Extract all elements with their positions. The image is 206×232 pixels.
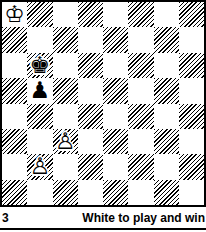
square-d4	[78, 104, 103, 129]
square-b3	[27, 129, 52, 154]
square-e6	[103, 53, 128, 78]
caption-text: White to play and win	[82, 211, 205, 225]
square-a8: ♚♔	[2, 2, 27, 27]
square-f3	[128, 129, 153, 154]
square-f2	[128, 154, 153, 179]
square-a2	[2, 154, 27, 179]
square-d1	[78, 180, 103, 205]
square-h4	[179, 104, 204, 129]
square-g2	[154, 154, 179, 179]
chess-board: ♚♔♚♚♟♟♟♙♟♙	[0, 0, 206, 207]
square-b2: ♟♙	[27, 154, 52, 179]
white-pawn: ♙	[53, 129, 78, 154]
square-a5	[2, 78, 27, 103]
black-pawn-halo: ♟	[27, 78, 52, 103]
square-b5: ♟♟	[27, 78, 52, 103]
square-a4	[2, 104, 27, 129]
square-b6: ♚♚	[27, 53, 52, 78]
square-e3	[103, 129, 128, 154]
square-g8	[154, 2, 179, 27]
square-c8	[53, 2, 78, 27]
square-a1	[2, 180, 27, 205]
black-king: ♚	[27, 53, 52, 78]
square-c1	[53, 180, 78, 205]
square-e8	[103, 2, 128, 27]
square-c2	[53, 154, 78, 179]
square-d6	[78, 53, 103, 78]
square-g7	[154, 27, 179, 52]
square-d8	[78, 2, 103, 27]
square-a3	[2, 129, 27, 154]
square-f6	[128, 53, 153, 78]
divider-rule	[0, 228, 206, 230]
square-h5	[179, 78, 204, 103]
black-king-halo: ♚	[27, 53, 52, 78]
square-c7	[53, 27, 78, 52]
square-c4	[53, 104, 78, 129]
square-f4	[128, 104, 153, 129]
white-pawn: ♙	[27, 154, 52, 179]
square-f7	[128, 27, 153, 52]
square-g4	[154, 104, 179, 129]
square-d3	[78, 129, 103, 154]
white-king: ♔	[2, 2, 27, 27]
square-b8	[27, 2, 52, 27]
problem-number: 3	[2, 211, 9, 225]
square-h6	[179, 53, 204, 78]
square-c5	[53, 78, 78, 103]
white-pawn-halo: ♟	[27, 154, 52, 179]
black-pawn: ♟	[27, 78, 52, 103]
square-h2	[179, 154, 204, 179]
white-king-halo: ♚	[2, 2, 27, 27]
square-f1	[128, 180, 153, 205]
square-c6	[53, 53, 78, 78]
caption-bar: 3 White to play and win	[0, 207, 206, 228]
square-d7	[78, 27, 103, 52]
square-g6	[154, 53, 179, 78]
square-e2	[103, 154, 128, 179]
square-e1	[103, 180, 128, 205]
square-a7	[2, 27, 27, 52]
square-d5	[78, 78, 103, 103]
square-f5	[128, 78, 153, 103]
square-e7	[103, 27, 128, 52]
square-b4	[27, 104, 52, 129]
white-pawn-halo: ♟	[53, 129, 78, 154]
square-g1	[154, 180, 179, 205]
square-h7	[179, 27, 204, 52]
square-b1	[27, 180, 52, 205]
square-h8	[179, 2, 204, 27]
square-g5	[154, 78, 179, 103]
square-e5	[103, 78, 128, 103]
square-a6	[2, 53, 27, 78]
square-g3	[154, 129, 179, 154]
square-b7	[27, 27, 52, 52]
square-f8	[128, 2, 153, 27]
square-e4	[103, 104, 128, 129]
chess-diagram-page: ♚♔♚♚♟♟♟♙♟♙ 3 White to play and win	[0, 0, 206, 232]
square-d2	[78, 154, 103, 179]
square-h3	[179, 129, 204, 154]
square-c3: ♟♙	[53, 129, 78, 154]
square-h1	[179, 180, 204, 205]
